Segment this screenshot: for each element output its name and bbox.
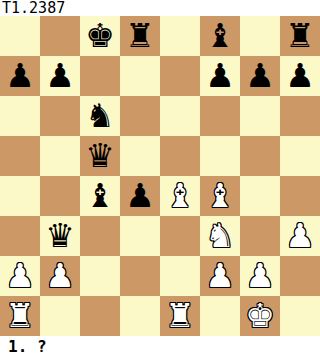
square-g2[interactable]: ♟ [240, 256, 280, 296]
square-e2[interactable] [160, 256, 200, 296]
square-g8[interactable] [240, 16, 280, 56]
square-f3[interactable]: ♞ [200, 216, 240, 256]
piece-black-pawn[interactable]: ♟ [205, 56, 235, 96]
piece-white-rook[interactable]: ♜ [165, 296, 195, 336]
square-c2[interactable] [80, 256, 120, 296]
square-h1[interactable] [280, 296, 320, 336]
square-c3[interactable] [80, 216, 120, 256]
piece-black-pawn[interactable]: ♟ [285, 56, 315, 96]
move-prompt: 1. ? [0, 336, 320, 360]
square-e5[interactable] [160, 136, 200, 176]
square-b5[interactable] [40, 136, 80, 176]
square-d7[interactable] [120, 56, 160, 96]
square-b1[interactable] [40, 296, 80, 336]
square-b4[interactable] [40, 176, 80, 216]
square-a8[interactable] [0, 16, 40, 56]
square-b2[interactable]: ♟ [40, 256, 80, 296]
square-d4[interactable]: ♟ [120, 176, 160, 216]
square-d8[interactable]: ♜ [120, 16, 160, 56]
square-a2[interactable]: ♟ [0, 256, 40, 296]
piece-black-knight[interactable]: ♞ [85, 96, 115, 136]
square-e8[interactable] [160, 16, 200, 56]
square-g7[interactable]: ♟ [240, 56, 280, 96]
square-b3[interactable]: ♛ [40, 216, 80, 256]
chess-puzzle-app: T1.2387 ♚♜♝♜♟♟♟♟♟♞♛♝♟♝♝♛♞♟♟♟♟♟♜♜♚ 1. ? [0, 0, 320, 360]
square-e3[interactable] [160, 216, 200, 256]
square-f2[interactable]: ♟ [200, 256, 240, 296]
piece-white-rook[interactable]: ♜ [5, 296, 35, 336]
piece-black-pawn[interactable]: ♟ [245, 56, 275, 96]
square-b8[interactable] [40, 16, 80, 56]
square-f8[interactable]: ♝ [200, 16, 240, 56]
puzzle-title: T1.2387 [0, 0, 320, 16]
square-a4[interactable] [0, 176, 40, 216]
square-a5[interactable] [0, 136, 40, 176]
chess-board: ♚♜♝♜♟♟♟♟♟♞♛♝♟♝♝♛♞♟♟♟♟♟♜♜♚ [0, 16, 320, 336]
square-c6[interactable]: ♞ [80, 96, 120, 136]
square-d1[interactable] [120, 296, 160, 336]
square-h3[interactable]: ♟ [280, 216, 320, 256]
square-h7[interactable]: ♟ [280, 56, 320, 96]
square-e7[interactable] [160, 56, 200, 96]
piece-white-pawn[interactable]: ♟ [5, 256, 35, 296]
square-e4[interactable]: ♝ [160, 176, 200, 216]
piece-black-queen[interactable]: ♛ [85, 136, 115, 176]
square-g5[interactable] [240, 136, 280, 176]
square-d2[interactable] [120, 256, 160, 296]
piece-white-king[interactable]: ♚ [245, 296, 275, 336]
piece-black-bishop[interactable]: ♝ [205, 16, 235, 56]
square-f5[interactable] [200, 136, 240, 176]
square-a1[interactable]: ♜ [0, 296, 40, 336]
square-f1[interactable] [200, 296, 240, 336]
piece-white-knight[interactable]: ♞ [205, 216, 235, 256]
square-f7[interactable]: ♟ [200, 56, 240, 96]
piece-white-pawn[interactable]: ♟ [285, 216, 315, 256]
square-d5[interactable] [120, 136, 160, 176]
square-h6[interactable] [280, 96, 320, 136]
square-e6[interactable] [160, 96, 200, 136]
square-g6[interactable] [240, 96, 280, 136]
square-h2[interactable] [280, 256, 320, 296]
piece-black-pawn[interactable]: ♟ [125, 176, 155, 216]
piece-black-bishop[interactable]: ♝ [85, 176, 115, 216]
square-c8[interactable]: ♚ [80, 16, 120, 56]
square-d3[interactable] [120, 216, 160, 256]
piece-white-pawn[interactable]: ♟ [205, 256, 235, 296]
square-g3[interactable] [240, 216, 280, 256]
square-b6[interactable] [40, 96, 80, 136]
piece-white-bishop[interactable]: ♝ [165, 176, 195, 216]
square-c7[interactable] [80, 56, 120, 96]
piece-white-bishop[interactable]: ♝ [205, 176, 235, 216]
piece-black-pawn[interactable]: ♟ [5, 56, 35, 96]
square-a3[interactable] [0, 216, 40, 256]
piece-black-pawn[interactable]: ♟ [45, 56, 75, 96]
piece-black-rook[interactable]: ♜ [125, 16, 155, 56]
square-g4[interactable] [240, 176, 280, 216]
square-f6[interactable] [200, 96, 240, 136]
square-h8[interactable]: ♜ [280, 16, 320, 56]
square-c4[interactable]: ♝ [80, 176, 120, 216]
piece-white-pawn[interactable]: ♟ [245, 256, 275, 296]
piece-black-king[interactable]: ♚ [85, 16, 115, 56]
piece-white-pawn[interactable]: ♟ [45, 256, 75, 296]
square-a6[interactable] [0, 96, 40, 136]
square-d6[interactable] [120, 96, 160, 136]
square-c5[interactable]: ♛ [80, 136, 120, 176]
square-b7[interactable]: ♟ [40, 56, 80, 96]
square-h4[interactable] [280, 176, 320, 216]
square-a7[interactable]: ♟ [0, 56, 40, 96]
square-e1[interactable]: ♜ [160, 296, 200, 336]
piece-black-queen[interactable]: ♛ [45, 216, 75, 256]
square-g1[interactable]: ♚ [240, 296, 280, 336]
square-h5[interactable] [280, 136, 320, 176]
piece-black-rook[interactable]: ♜ [285, 16, 315, 56]
square-c1[interactable] [80, 296, 120, 336]
square-f4[interactable]: ♝ [200, 176, 240, 216]
